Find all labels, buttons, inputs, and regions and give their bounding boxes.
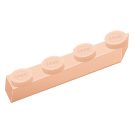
lego-plate-1x4-image: LEGO LEGO LEGO LEGO xyxy=(0,0,135,135)
product-photo-canvas: LEGO LEGO LEGO LEGO xyxy=(0,0,135,135)
